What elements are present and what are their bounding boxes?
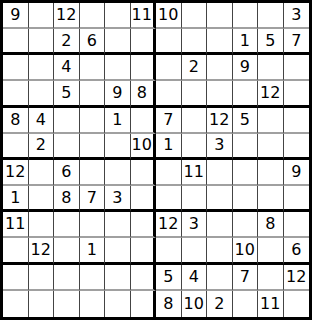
cell-r8c4[interactable]: 7 bbox=[80, 186, 106, 212]
cell-r12c9[interactable]: 2 bbox=[207, 291, 233, 317]
cell-r9c4[interactable] bbox=[80, 212, 106, 238]
cell-r11c4[interactable] bbox=[80, 265, 106, 291]
cell-r2c1[interactable] bbox=[3, 29, 29, 55]
cell-r10c5[interactable] bbox=[105, 238, 131, 264]
cell-r4c9[interactable] bbox=[207, 81, 233, 107]
cell-r3c7[interactable] bbox=[156, 55, 182, 81]
cell-r7c3[interactable]: 6 bbox=[54, 160, 80, 186]
cell-r10c7[interactable] bbox=[156, 238, 182, 264]
cell-r6c2[interactable]: 2 bbox=[29, 134, 55, 160]
cell-r8c2[interactable] bbox=[29, 186, 55, 212]
cell-r5c1[interactable]: 8 bbox=[3, 108, 29, 134]
cell-r5c4[interactable] bbox=[80, 108, 106, 134]
cell-r5c3[interactable] bbox=[54, 108, 80, 134]
cell-r7c7[interactable] bbox=[156, 160, 182, 186]
cell-r3c1[interactable] bbox=[3, 55, 29, 81]
cell-r7c1[interactable]: 12 bbox=[3, 160, 29, 186]
cell-r4c10[interactable] bbox=[233, 81, 259, 107]
cell-r9c8[interactable]: 3 bbox=[182, 212, 208, 238]
cell-r1c10[interactable] bbox=[233, 3, 259, 29]
cell-r6c12[interactable] bbox=[284, 134, 310, 160]
cell-r6c3[interactable] bbox=[54, 134, 80, 160]
cell-r6c11[interactable] bbox=[258, 134, 284, 160]
cell-r12c3[interactable] bbox=[54, 291, 80, 317]
cell-r11c3[interactable] bbox=[54, 265, 80, 291]
cell-r4c5[interactable]: 9 bbox=[105, 81, 131, 107]
cell-r5c12[interactable] bbox=[284, 108, 310, 134]
cell-r3c12[interactable] bbox=[284, 55, 310, 81]
cell-r1c9[interactable] bbox=[207, 3, 233, 29]
cell-r6c9[interactable]: 3 bbox=[207, 134, 233, 160]
cell-r2c3[interactable]: 2 bbox=[54, 29, 80, 55]
cell-r9c1[interactable]: 11 bbox=[3, 212, 29, 238]
cell-r1c7[interactable]: 10 bbox=[156, 3, 182, 29]
cell-r6c10[interactable] bbox=[233, 134, 259, 160]
cell-r4c3[interactable]: 5 bbox=[54, 81, 80, 107]
cell-r8c3[interactable]: 8 bbox=[54, 186, 80, 212]
cell-r4c12[interactable] bbox=[284, 81, 310, 107]
cell-r4c7[interactable] bbox=[156, 81, 182, 107]
cell-r9c10[interactable] bbox=[233, 212, 259, 238]
cell-r10c8[interactable] bbox=[182, 238, 208, 264]
cell-r8c7[interactable] bbox=[156, 186, 182, 212]
cell-r6c4[interactable] bbox=[80, 134, 106, 160]
cell-r2c12[interactable]: 7 bbox=[284, 29, 310, 55]
cell-r2c9[interactable] bbox=[207, 29, 233, 55]
cell-r1c2[interactable] bbox=[29, 3, 55, 29]
cell-r6c6[interactable]: 10 bbox=[131, 134, 157, 160]
cell-r3c11[interactable] bbox=[258, 55, 284, 81]
cell-r1c11[interactable] bbox=[258, 3, 284, 29]
cell-r10c6[interactable] bbox=[131, 238, 157, 264]
cell-r3c6[interactable] bbox=[131, 55, 157, 81]
cell-r7c8[interactable]: 11 bbox=[182, 160, 208, 186]
cell-r12c8[interactable]: 10 bbox=[182, 291, 208, 317]
cell-r2c7[interactable] bbox=[156, 29, 182, 55]
cell-r9c7[interactable]: 12 bbox=[156, 212, 182, 238]
cell-r12c2[interactable] bbox=[29, 291, 55, 317]
cell-r6c7[interactable]: 1 bbox=[156, 134, 182, 160]
cell-r5c6[interactable] bbox=[131, 108, 157, 134]
cell-r3c5[interactable] bbox=[105, 55, 131, 81]
cell-r8c12[interactable] bbox=[284, 186, 310, 212]
cell-r11c7[interactable]: 5 bbox=[156, 265, 182, 291]
cell-r10c9[interactable] bbox=[207, 238, 233, 264]
sudoku-board: 9121110326157429598128417125210131261191… bbox=[0, 0, 312, 320]
cell-r11c5[interactable] bbox=[105, 265, 131, 291]
cell-r2c11[interactable]: 5 bbox=[258, 29, 284, 55]
cell-r9c11[interactable]: 8 bbox=[258, 212, 284, 238]
cell-r11c1[interactable] bbox=[3, 265, 29, 291]
cell-r7c5[interactable] bbox=[105, 160, 131, 186]
cell-r6c8[interactable] bbox=[182, 134, 208, 160]
cell-r7c10[interactable] bbox=[233, 160, 259, 186]
cell-r11c6[interactable] bbox=[131, 265, 157, 291]
cell-r10c2[interactable]: 12 bbox=[29, 238, 55, 264]
cell-r11c12[interactable]: 12 bbox=[284, 265, 310, 291]
cell-r9c3[interactable] bbox=[54, 212, 80, 238]
cell-r11c10[interactable]: 7 bbox=[233, 265, 259, 291]
cell-r11c11[interactable] bbox=[258, 265, 284, 291]
cell-r3c4[interactable] bbox=[80, 55, 106, 81]
cell-r8c10[interactable] bbox=[233, 186, 259, 212]
cell-r10c11[interactable] bbox=[258, 238, 284, 264]
cell-r8c6[interactable] bbox=[131, 186, 157, 212]
cell-r12c1[interactable] bbox=[3, 291, 29, 317]
cell-r9c9[interactable] bbox=[207, 212, 233, 238]
cell-r10c12[interactable]: 6 bbox=[284, 238, 310, 264]
cell-r8c11[interactable] bbox=[258, 186, 284, 212]
cell-r5c7[interactable]: 7 bbox=[156, 108, 182, 134]
cell-r9c6[interactable] bbox=[131, 212, 157, 238]
cell-r3c8[interactable]: 2 bbox=[182, 55, 208, 81]
cell-r12c4[interactable] bbox=[80, 291, 106, 317]
cell-r2c8[interactable] bbox=[182, 29, 208, 55]
cell-r7c4[interactable] bbox=[80, 160, 106, 186]
cell-r10c3[interactable] bbox=[54, 238, 80, 264]
cell-r4c11[interactable]: 12 bbox=[258, 81, 284, 107]
cell-r12c6[interactable] bbox=[131, 291, 157, 317]
cell-r8c1[interactable]: 1 bbox=[3, 186, 29, 212]
cell-r4c2[interactable] bbox=[29, 81, 55, 107]
cell-r6c5[interactable] bbox=[105, 134, 131, 160]
cell-r5c8[interactable] bbox=[182, 108, 208, 134]
cell-r5c5[interactable]: 1 bbox=[105, 108, 131, 134]
cell-r4c1[interactable] bbox=[3, 81, 29, 107]
cell-r7c9[interactable] bbox=[207, 160, 233, 186]
cell-r8c5[interactable]: 3 bbox=[105, 186, 131, 212]
cell-r7c12[interactable]: 9 bbox=[284, 160, 310, 186]
cell-r4c6[interactable]: 8 bbox=[131, 81, 157, 107]
cell-r2c6[interactable] bbox=[131, 29, 157, 55]
cell-r1c8[interactable] bbox=[182, 3, 208, 29]
cell-r3c10[interactable]: 9 bbox=[233, 55, 259, 81]
cell-r5c2[interactable]: 4 bbox=[29, 108, 55, 134]
cell-r1c12[interactable]: 3 bbox=[284, 3, 310, 29]
cell-r4c4[interactable] bbox=[80, 81, 106, 107]
cell-r11c9[interactable] bbox=[207, 265, 233, 291]
cell-r10c10[interactable]: 10 bbox=[233, 238, 259, 264]
cell-r1c5[interactable] bbox=[105, 3, 131, 29]
cell-r3c9[interactable] bbox=[207, 55, 233, 81]
cell-r7c2[interactable] bbox=[29, 160, 55, 186]
cell-r11c2[interactable] bbox=[29, 265, 55, 291]
cell-r9c5[interactable] bbox=[105, 212, 131, 238]
cell-r2c10[interactable]: 1 bbox=[233, 29, 259, 55]
cell-r10c1[interactable] bbox=[3, 238, 29, 264]
cell-r10c4[interactable]: 1 bbox=[80, 238, 106, 264]
cell-r8c8[interactable] bbox=[182, 186, 208, 212]
cell-r8c9[interactable] bbox=[207, 186, 233, 212]
cell-r1c6[interactable]: 11 bbox=[131, 3, 157, 29]
cell-r5c11[interactable] bbox=[258, 108, 284, 134]
cell-r5c10[interactable]: 5 bbox=[233, 108, 259, 134]
cell-r12c12[interactable] bbox=[284, 291, 310, 317]
cell-r4c8[interactable] bbox=[182, 81, 208, 107]
cell-r2c2[interactable] bbox=[29, 29, 55, 55]
cell-r7c6[interactable] bbox=[131, 160, 157, 186]
cell-r6c1[interactable] bbox=[3, 134, 29, 160]
cell-r2c5[interactable] bbox=[105, 29, 131, 55]
cell-r9c2[interactable] bbox=[29, 212, 55, 238]
cell-r1c4[interactable] bbox=[80, 3, 106, 29]
cell-r12c5[interactable] bbox=[105, 291, 131, 317]
cell-r9c12[interactable] bbox=[284, 212, 310, 238]
cell-r11c8[interactable]: 4 bbox=[182, 265, 208, 291]
cell-r1c3[interactable]: 12 bbox=[54, 3, 80, 29]
cell-r2c4[interactable]: 6 bbox=[80, 29, 106, 55]
cell-r3c2[interactable] bbox=[29, 55, 55, 81]
cell-r12c10[interactable] bbox=[233, 291, 259, 317]
cell-r5c9[interactable]: 12 bbox=[207, 108, 233, 134]
cell-r1c1[interactable]: 9 bbox=[3, 3, 29, 29]
cell-r12c11[interactable]: 11 bbox=[258, 291, 284, 317]
cell-r3c3[interactable]: 4 bbox=[54, 55, 80, 81]
cell-r12c7[interactable]: 8 bbox=[156, 291, 182, 317]
cell-r7c11[interactable] bbox=[258, 160, 284, 186]
